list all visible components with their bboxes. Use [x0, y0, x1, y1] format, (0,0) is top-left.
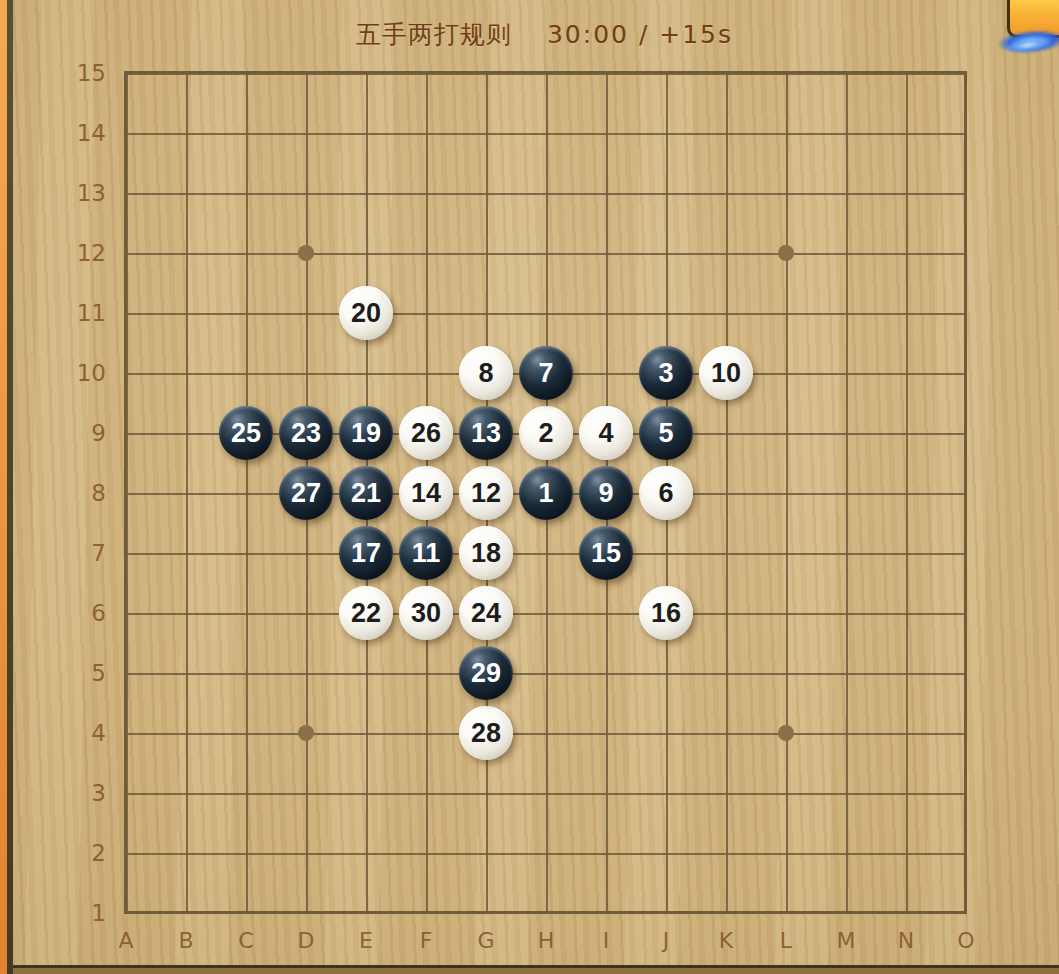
intersection-G15[interactable]	[456, 43, 516, 103]
intersection-O8[interactable]	[936, 463, 996, 523]
intersection-B9[interactable]	[156, 403, 216, 463]
move-number: 24	[471, 600, 501, 627]
intersection-G1[interactable]	[456, 883, 516, 943]
intersection-K14[interactable]	[696, 103, 756, 163]
intersection-G13[interactable]	[456, 163, 516, 223]
intersection-O3[interactable]	[936, 763, 996, 823]
intersection-M10[interactable]	[816, 343, 876, 403]
intersection-G11[interactable]	[456, 283, 516, 343]
title-bar: 五手两打规则 30:00 / +15s	[30, 18, 1059, 51]
white-stone-E6: 22	[339, 586, 393, 640]
intersection-D3[interactable]	[276, 763, 336, 823]
intersection-H15[interactable]	[516, 43, 576, 103]
black-stone-D8: 27	[279, 466, 333, 520]
intersection-E2[interactable]	[336, 823, 396, 883]
intersection-A13[interactable]	[96, 163, 156, 223]
bottom-edge-strip	[13, 968, 1059, 974]
intersection-D14[interactable]	[276, 103, 336, 163]
intersection-I6[interactable]	[576, 583, 636, 643]
white-stone-G10: 8	[459, 346, 513, 400]
intersection-O5[interactable]	[936, 643, 996, 703]
intersection-C7[interactable]	[216, 523, 276, 583]
intersection-H7[interactable]	[516, 523, 576, 583]
intersection-L5[interactable]	[756, 643, 816, 703]
intersection-I2[interactable]	[576, 823, 636, 883]
intersection-I5[interactable]	[576, 643, 636, 703]
intersection-N14[interactable]	[876, 103, 936, 163]
intersection-I14[interactable]	[576, 103, 636, 163]
intersection-K3[interactable]	[696, 763, 756, 823]
intersection-N7[interactable]	[876, 523, 936, 583]
white-stone-G7: 18	[459, 526, 513, 580]
white-stone-I9: 4	[579, 406, 633, 460]
intersection-F5[interactable]	[396, 643, 456, 703]
intersection-K9[interactable]	[696, 403, 756, 463]
intersection-O10[interactable]	[936, 343, 996, 403]
intersection-E12[interactable]	[336, 223, 396, 283]
intersection-E1[interactable]	[336, 883, 396, 943]
intersection-D6[interactable]	[276, 583, 336, 643]
intersection-N6[interactable]	[876, 583, 936, 643]
rule-name-label: 五手两打规则	[356, 20, 512, 49]
intersection-F1[interactable]	[396, 883, 456, 943]
intersection-D11[interactable]	[276, 283, 336, 343]
intersection-K15[interactable]	[696, 43, 756, 103]
intersection-L9[interactable]	[756, 403, 816, 463]
move-number: 23	[291, 420, 321, 447]
black-stone-E7: 17	[339, 526, 393, 580]
intersection-D4[interactable]	[276, 703, 336, 763]
black-stone-G5: 29	[459, 646, 513, 700]
intersection-B4[interactable]	[156, 703, 216, 763]
intersection-L15[interactable]	[756, 43, 816, 103]
black-stone-E8: 21	[339, 466, 393, 520]
intersection-K7[interactable]	[696, 523, 756, 583]
intersection-H13[interactable]	[516, 163, 576, 223]
intersection-A9[interactable]	[96, 403, 156, 463]
intersection-J11[interactable]	[636, 283, 696, 343]
intersection-K8[interactable]	[696, 463, 756, 523]
intersection-H14[interactable]	[516, 103, 576, 163]
left-edge-dark-strip	[7, 0, 13, 974]
black-stone-D9: 23	[279, 406, 333, 460]
intersection-L8[interactable]	[756, 463, 816, 523]
intersection-E3[interactable]	[336, 763, 396, 823]
intersection-F14[interactable]	[396, 103, 456, 163]
black-stone-I7: 15	[579, 526, 633, 580]
black-stone-E9: 19	[339, 406, 393, 460]
intersection-B15[interactable]	[156, 43, 216, 103]
move-number: 20	[351, 300, 381, 327]
black-stone-F7: 11	[399, 526, 453, 580]
intersection-A14[interactable]	[96, 103, 156, 163]
intersection-O13[interactable]	[936, 163, 996, 223]
intersection-J7[interactable]	[636, 523, 696, 583]
intersection-B13[interactable]	[156, 163, 216, 223]
intersection-I10[interactable]	[576, 343, 636, 403]
intersection-C2[interactable]	[216, 823, 276, 883]
intersection-C3[interactable]	[216, 763, 276, 823]
intersection-M14[interactable]	[816, 103, 876, 163]
intersection-M1[interactable]	[816, 883, 876, 943]
intersection-H2[interactable]	[516, 823, 576, 883]
intersection-E4[interactable]	[336, 703, 396, 763]
black-stone-C9: 25	[219, 406, 273, 460]
white-stone-G8: 12	[459, 466, 513, 520]
move-number: 13	[471, 420, 501, 447]
move-number: 19	[351, 420, 381, 447]
intersection-I13[interactable]	[576, 163, 636, 223]
intersection-L13[interactable]	[756, 163, 816, 223]
intersection-H6[interactable]	[516, 583, 576, 643]
move-number: 21	[351, 480, 381, 507]
white-stone-G6: 24	[459, 586, 513, 640]
move-number: 7	[538, 360, 553, 387]
move-number: 12	[471, 480, 501, 507]
black-stone-I8: 9	[579, 466, 633, 520]
intersection-C4[interactable]	[216, 703, 276, 763]
black-stone-H10: 7	[519, 346, 573, 400]
intersection-J14[interactable]	[636, 103, 696, 163]
white-stone-J6: 16	[639, 586, 693, 640]
move-number: 1	[538, 480, 553, 507]
intersection-F15[interactable]	[396, 43, 456, 103]
white-stone-F9: 26	[399, 406, 453, 460]
intersection-B8[interactable]	[156, 463, 216, 523]
intersection-A5[interactable]	[96, 643, 156, 703]
intersection-D2[interactable]	[276, 823, 336, 883]
intersection-H1[interactable]	[516, 883, 576, 943]
intersection-J15[interactable]	[636, 43, 696, 103]
intersection-M4[interactable]	[816, 703, 876, 763]
intersection-G12[interactable]	[456, 223, 516, 283]
intersection-L10[interactable]	[756, 343, 816, 403]
intersection-H12[interactable]	[516, 223, 576, 283]
intersection-C5[interactable]	[216, 643, 276, 703]
intersection-A4[interactable]	[96, 703, 156, 763]
intersection-E13[interactable]	[336, 163, 396, 223]
intersection-M11[interactable]	[816, 283, 876, 343]
intersection-A2[interactable]	[96, 823, 156, 883]
intersection-B1[interactable]	[156, 883, 216, 943]
intersection-J4[interactable]	[636, 703, 696, 763]
move-number: 5	[658, 420, 673, 447]
move-number: 8	[478, 360, 493, 387]
move-number: 15	[591, 540, 621, 567]
intersection-A3[interactable]	[96, 763, 156, 823]
intersection-I15[interactable]	[576, 43, 636, 103]
gomoku-app: { "game": "gomoku (五子棋 / renju), 15x15 b…	[0, 0, 1059, 974]
intersection-N12[interactable]	[876, 223, 936, 283]
intersection-N5[interactable]	[876, 643, 936, 703]
intersection-L3[interactable]	[756, 763, 816, 823]
intersection-I11[interactable]	[576, 283, 636, 343]
intersection-G14[interactable]	[456, 103, 516, 163]
intersection-D7[interactable]	[276, 523, 336, 583]
intersection-O6[interactable]	[936, 583, 996, 643]
intersection-D13[interactable]	[276, 163, 336, 223]
intersection-N1[interactable]	[876, 883, 936, 943]
move-number: 10	[711, 360, 741, 387]
black-stone-J10: 3	[639, 346, 693, 400]
intersection-C6[interactable]	[216, 583, 276, 643]
white-stone-H9: 2	[519, 406, 573, 460]
intersection-J3[interactable]	[636, 763, 696, 823]
intersection-O1[interactable]	[936, 883, 996, 943]
intersection-O2[interactable]	[936, 823, 996, 883]
move-number: 11	[412, 540, 441, 567]
intersection-B3[interactable]	[156, 763, 216, 823]
intersection-M6[interactable]	[816, 583, 876, 643]
intersection-N13[interactable]	[876, 163, 936, 223]
move-number: 4	[598, 420, 613, 447]
intersection-D12[interactable]	[276, 223, 336, 283]
intersection-N9[interactable]	[876, 403, 936, 463]
intersection-K12[interactable]	[696, 223, 756, 283]
intersection-F3[interactable]	[396, 763, 456, 823]
intersection-M8[interactable]	[816, 463, 876, 523]
intersection-H5[interactable]	[516, 643, 576, 703]
intersection-G3[interactable]	[456, 763, 516, 823]
intersection-H4[interactable]	[516, 703, 576, 763]
intersection-D5[interactable]	[276, 643, 336, 703]
move-number: 27	[291, 480, 321, 507]
intersection-C14[interactable]	[216, 103, 276, 163]
intersection-D15[interactable]	[276, 43, 336, 103]
move-number: 14	[411, 480, 441, 507]
move-number: 25	[231, 420, 261, 447]
intersection-B7[interactable]	[156, 523, 216, 583]
intersection-H11[interactable]	[516, 283, 576, 343]
intersection-C12[interactable]	[216, 223, 276, 283]
intersection-K13[interactable]	[696, 163, 756, 223]
goban[interactable]: 151413121110987654321ABCDEFGHIJKLMNO1234…	[0, 0, 1059, 974]
intersection-K11[interactable]	[696, 283, 756, 343]
intersection-M2[interactable]	[816, 823, 876, 883]
intersection-O12[interactable]	[936, 223, 996, 283]
move-number: 18	[471, 540, 501, 567]
move-number: 16	[651, 600, 681, 627]
intersection-F13[interactable]	[396, 163, 456, 223]
game-clock: 30:00 / +15s	[547, 20, 733, 49]
intersection-N8[interactable]	[876, 463, 936, 523]
intersection-A1[interactable]	[96, 883, 156, 943]
move-number: 3	[658, 360, 673, 387]
intersection-A6[interactable]	[96, 583, 156, 643]
black-stone-G9: 13	[459, 406, 513, 460]
intersection-M12[interactable]	[816, 223, 876, 283]
corner-app-button[interactable]	[989, 0, 1059, 62]
intersection-F11[interactable]	[396, 283, 456, 343]
intersection-B2[interactable]	[156, 823, 216, 883]
intersection-A11[interactable]	[96, 283, 156, 343]
white-stone-K10: 10	[699, 346, 753, 400]
intersection-I1[interactable]	[576, 883, 636, 943]
intersection-B10[interactable]	[156, 343, 216, 403]
intersection-J2[interactable]	[636, 823, 696, 883]
intersection-A8[interactable]	[96, 463, 156, 523]
intersection-C10[interactable]	[216, 343, 276, 403]
move-number: 22	[351, 600, 381, 627]
intersection-J5[interactable]	[636, 643, 696, 703]
intersection-O15[interactable]	[936, 43, 996, 103]
intersection-O14[interactable]	[936, 103, 996, 163]
intersection-B12[interactable]	[156, 223, 216, 283]
intersection-K6[interactable]	[696, 583, 756, 643]
intersection-M13[interactable]	[816, 163, 876, 223]
intersection-A12[interactable]	[96, 223, 156, 283]
move-number: 28	[471, 720, 501, 747]
intersection-K5[interactable]	[696, 643, 756, 703]
intersection-N11[interactable]	[876, 283, 936, 343]
intersection-B5[interactable]	[156, 643, 216, 703]
white-stone-J8: 6	[639, 466, 693, 520]
move-number: 2	[538, 420, 553, 447]
intersection-H3[interactable]	[516, 763, 576, 823]
intersection-K4[interactable]	[696, 703, 756, 763]
intersection-G2[interactable]	[456, 823, 516, 883]
intersection-F12[interactable]	[396, 223, 456, 283]
intersection-J1[interactable]	[636, 883, 696, 943]
intersection-N2[interactable]	[876, 823, 936, 883]
intersection-O11[interactable]	[936, 283, 996, 343]
move-number: 29	[471, 660, 501, 687]
intersection-L4[interactable]	[756, 703, 816, 763]
intersection-N3[interactable]	[876, 763, 936, 823]
intersection-M3[interactable]	[816, 763, 876, 823]
white-stone-F6: 30	[399, 586, 453, 640]
move-number: 9	[598, 480, 613, 507]
intersection-F4[interactable]	[396, 703, 456, 763]
intersection-I4[interactable]	[576, 703, 636, 763]
intersection-F10[interactable]	[396, 343, 456, 403]
intersection-M15[interactable]	[816, 43, 876, 103]
move-number: 30	[411, 600, 441, 627]
intersection-L7[interactable]	[756, 523, 816, 583]
intersection-K2[interactable]	[696, 823, 756, 883]
intersection-O4[interactable]	[936, 703, 996, 763]
intersection-A7[interactable]	[96, 523, 156, 583]
intersection-L14[interactable]	[756, 103, 816, 163]
intersection-N10[interactable]	[876, 343, 936, 403]
intersection-M7[interactable]	[816, 523, 876, 583]
intersection-I3[interactable]	[576, 763, 636, 823]
intersection-L1[interactable]	[756, 883, 816, 943]
intersection-D10[interactable]	[276, 343, 336, 403]
intersection-K1[interactable]	[696, 883, 756, 943]
intersection-N4[interactable]	[876, 703, 936, 763]
intersection-O7[interactable]	[936, 523, 996, 583]
intersection-C13[interactable]	[216, 163, 276, 223]
intersection-O9[interactable]	[936, 403, 996, 463]
move-number: 17	[351, 540, 381, 567]
intersection-B6[interactable]	[156, 583, 216, 643]
black-stone-H8: 1	[519, 466, 573, 520]
intersection-E5[interactable]	[336, 643, 396, 703]
intersection-E14[interactable]	[336, 103, 396, 163]
intersection-J13[interactable]	[636, 163, 696, 223]
intersection-E10[interactable]	[336, 343, 396, 403]
intersection-A15[interactable]	[96, 43, 156, 103]
intersection-L12[interactable]	[756, 223, 816, 283]
intersection-M5[interactable]	[816, 643, 876, 703]
intersection-N15[interactable]	[876, 43, 936, 103]
intersection-I12[interactable]	[576, 223, 636, 283]
left-edge-orange-strip	[0, 0, 7, 974]
intersection-L6[interactable]	[756, 583, 816, 643]
intersection-C1[interactable]	[216, 883, 276, 943]
white-stone-G4: 28	[459, 706, 513, 760]
intersection-D1[interactable]	[276, 883, 336, 943]
intersection-A10[interactable]	[96, 343, 156, 403]
intersection-L11[interactable]	[756, 283, 816, 343]
white-stone-F8: 14	[399, 466, 453, 520]
intersection-J12[interactable]	[636, 223, 696, 283]
black-stone-J9: 5	[639, 406, 693, 460]
intersection-B11[interactable]	[156, 283, 216, 343]
move-number: 6	[658, 480, 673, 507]
intersection-C15[interactable]	[216, 43, 276, 103]
white-stone-E11: 20	[339, 286, 393, 340]
intersection-M9[interactable]	[816, 403, 876, 463]
move-number: 26	[411, 420, 441, 447]
intersection-L2[interactable]	[756, 823, 816, 883]
intersection-B14[interactable]	[156, 103, 216, 163]
intersection-C11[interactable]	[216, 283, 276, 343]
intersection-F2[interactable]	[396, 823, 456, 883]
intersection-E15[interactable]	[336, 43, 396, 103]
intersection-C8[interactable]	[216, 463, 276, 523]
